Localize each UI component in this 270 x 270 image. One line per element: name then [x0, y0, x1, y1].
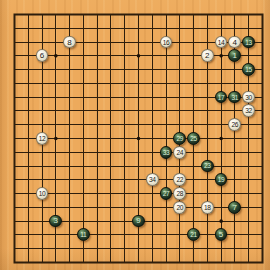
stone-white-2: 2 [201, 49, 214, 62]
stone-white-26: 26 [228, 118, 241, 131]
stone-black-11: 11 [77, 228, 90, 241]
move-number: 22 [176, 176, 183, 183]
move-number: 17 [218, 93, 225, 100]
stone-white-16: 16 [160, 36, 173, 49]
stone-black-29: 29 [173, 132, 186, 145]
stone-white-34: 34 [146, 173, 159, 186]
move-number: 8 [67, 37, 71, 46]
move-number: 15 [245, 66, 252, 73]
move-number: 4 [233, 37, 237, 46]
move-number: 31 [231, 93, 238, 100]
stone-black-23: 23 [201, 160, 214, 173]
stone-white-32: 32 [242, 104, 255, 117]
move-number: 19 [218, 176, 225, 183]
stone-white-28: 28 [173, 187, 186, 200]
move-number: 21 [190, 231, 197, 238]
stone-black-31: 31 [228, 91, 241, 104]
move-number: 2 [205, 51, 209, 60]
stone-white-24: 24 [173, 146, 186, 159]
move-number: 16 [163, 38, 170, 45]
stone-black-15: 15 [242, 63, 255, 76]
stone-black-9: 9 [132, 215, 145, 228]
move-number: 10 [39, 190, 46, 197]
move-number: 33 [163, 148, 170, 155]
move-number: 1 [233, 51, 237, 60]
move-number: 13 [245, 38, 252, 45]
move-number: 23 [204, 162, 211, 169]
move-number: 25 [190, 135, 197, 142]
stone-white-22: 22 [173, 173, 186, 186]
move-number: 30 [245, 93, 252, 100]
move-number: 3 [54, 216, 58, 225]
stone-black-19: 19 [215, 173, 228, 186]
stone-black-17: 17 [215, 91, 228, 104]
move-number: 5 [219, 230, 223, 239]
stone-white-30: 30 [242, 91, 255, 104]
move-number: 9 [136, 216, 140, 225]
stones-layer: 1234567891011121314151617181920212223242… [8, 8, 270, 270]
move-number: 32 [245, 107, 252, 114]
stone-white-14: 14 [215, 36, 228, 49]
move-number: 14 [218, 38, 225, 45]
move-number: 12 [39, 135, 46, 142]
stone-white-18: 18 [201, 201, 214, 214]
move-number: 27 [163, 190, 170, 197]
stone-white-6: 6 [36, 49, 49, 62]
move-number: 26 [231, 121, 238, 128]
move-number: 7 [233, 203, 237, 212]
move-number: 18 [204, 204, 211, 211]
move-number: 29 [176, 135, 183, 142]
stone-white-12: 12 [36, 132, 49, 145]
stone-white-10: 10 [36, 187, 49, 200]
go-board[interactable]: 1234567891011121314151617181920212223242… [0, 0, 270, 270]
stone-black-13: 13 [242, 36, 255, 49]
move-number: 28 [176, 190, 183, 197]
stone-black-33: 33 [160, 146, 173, 159]
stone-white-8: 8 [63, 36, 76, 49]
stone-white-4: 4 [228, 36, 241, 49]
stone-black-3: 3 [49, 215, 62, 228]
stone-black-5: 5 [215, 228, 228, 241]
move-number: 20 [176, 204, 183, 211]
move-number: 11 [80, 231, 86, 238]
stone-white-20: 20 [173, 201, 186, 214]
move-number: 6 [40, 51, 44, 60]
move-number: 34 [149, 176, 156, 183]
move-number: 24 [176, 148, 183, 155]
stone-black-25: 25 [187, 132, 200, 145]
stone-black-21: 21 [187, 228, 200, 241]
stone-black-27: 27 [160, 187, 173, 200]
stone-black-1: 1 [228, 49, 241, 62]
stone-black-7: 7 [228, 201, 241, 214]
